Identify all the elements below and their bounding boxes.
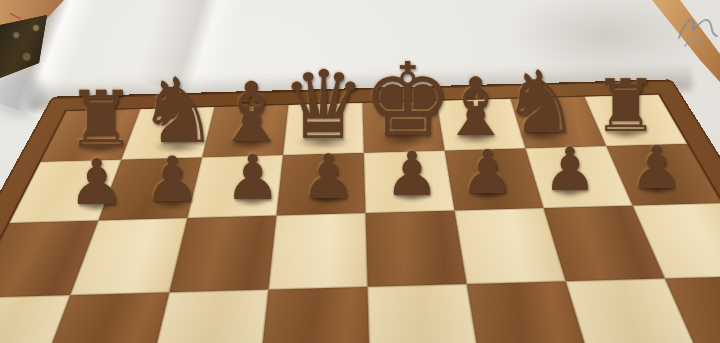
square-r3c4 [268, 213, 367, 290]
square-r1c5 [362, 101, 444, 153]
square-r4c5 [368, 284, 482, 343]
glass-squiggle-decoration [676, 10, 720, 52]
square-r2c5 [364, 151, 455, 213]
board-squares [0, 95, 720, 343]
chessboard-photo-scene: ♜♞♝♛♚♝♞♜♟♟♟♟♟♟♟♟ [0, 0, 720, 343]
square-r2c4 [276, 153, 365, 216]
board-frame [0, 79, 720, 343]
square-r2c3 [187, 155, 283, 218]
square-r3c3 [169, 216, 276, 293]
square-r1c3 [202, 105, 288, 157]
square-r4c4 [258, 287, 370, 343]
square-r1c4 [283, 103, 364, 155]
chess-board [52, 79, 692, 343]
square-r3c5 [365, 211, 466, 287]
